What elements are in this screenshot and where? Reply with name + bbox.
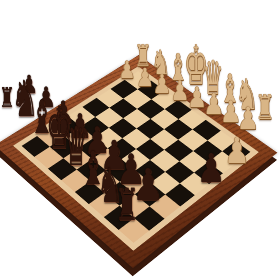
white-pawn[interactable]: ♟ [153, 71, 172, 97]
white-pawn[interactable]: ♟ [136, 65, 154, 90]
white-pawn[interactable]: ♟ [224, 133, 250, 169]
black-rook[interactable]: ♜ [115, 183, 139, 227]
white-pawn[interactable]: ♟ [118, 58, 135, 82]
black-pawn[interactable]: ♟ [197, 148, 226, 188]
